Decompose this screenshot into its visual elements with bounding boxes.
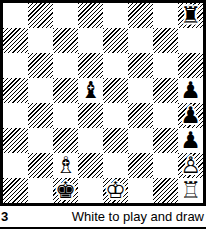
square-a8 xyxy=(3,3,28,28)
square-f5 xyxy=(128,78,153,103)
square-c5 xyxy=(53,78,78,103)
square-d1 xyxy=(78,178,103,203)
square-g8 xyxy=(153,3,178,28)
square-h4: ♟ xyxy=(178,103,203,128)
white-rook-outline: ♖ xyxy=(178,178,203,203)
square-g5 xyxy=(153,78,178,103)
square-b5 xyxy=(28,78,53,103)
square-h2: ♟♙ xyxy=(178,153,203,178)
square-h5: ♟ xyxy=(178,78,203,103)
square-e3 xyxy=(103,128,128,153)
square-c7 xyxy=(53,28,78,53)
diagram-number: 3 xyxy=(1,209,8,224)
square-b1 xyxy=(28,178,53,203)
square-d2 xyxy=(78,153,103,178)
square-f7 xyxy=(128,28,153,53)
square-b3 xyxy=(28,128,53,153)
square-c1: ♚ xyxy=(53,178,78,203)
square-h1: ♜♖ xyxy=(178,178,203,203)
black-pawn: ♟ xyxy=(178,103,203,128)
square-g6 xyxy=(153,53,178,78)
square-d6 xyxy=(78,53,103,78)
square-h7 xyxy=(178,28,203,53)
square-g1 xyxy=(153,178,178,203)
square-e6 xyxy=(103,53,128,78)
square-d5: ♝ xyxy=(78,78,103,103)
square-e5 xyxy=(103,78,128,103)
square-a5 xyxy=(3,78,28,103)
square-c8 xyxy=(53,3,78,28)
black-bishop: ♝ xyxy=(78,78,103,103)
black-pawn: ♟ xyxy=(178,128,203,153)
square-b4 xyxy=(28,103,53,128)
square-e4 xyxy=(103,103,128,128)
square-f2 xyxy=(128,153,153,178)
square-a6 xyxy=(3,53,28,78)
square-d8 xyxy=(78,3,103,28)
square-b2 xyxy=(28,153,53,178)
black-king: ♚ xyxy=(53,178,78,203)
square-a2 xyxy=(3,153,28,178)
square-h3: ♟ xyxy=(178,128,203,153)
square-f4 xyxy=(128,103,153,128)
square-a4 xyxy=(3,103,28,128)
square-g3 xyxy=(153,128,178,153)
caption-bar: 3 White to play and draw xyxy=(0,206,206,227)
square-c2: ♝♗ xyxy=(53,153,78,178)
square-f1 xyxy=(128,178,153,203)
square-a1 xyxy=(3,178,28,203)
square-d7 xyxy=(78,28,103,53)
square-h6 xyxy=(178,53,203,78)
square-d3 xyxy=(78,128,103,153)
caption-text: White to play and draw xyxy=(72,209,204,224)
square-a7 xyxy=(3,28,28,53)
white-bishop-outline: ♗ xyxy=(53,153,78,178)
square-h8: ♜ xyxy=(178,3,203,28)
white-pawn-outline: ♙ xyxy=(178,153,203,178)
white-king-outline: ♔ xyxy=(103,178,128,203)
square-e7 xyxy=(103,28,128,53)
square-f6 xyxy=(128,53,153,78)
square-g2 xyxy=(153,153,178,178)
square-e8 xyxy=(103,3,128,28)
black-rook: ♜ xyxy=(178,3,203,28)
square-b6 xyxy=(28,53,53,78)
square-b8 xyxy=(28,3,53,28)
square-c3 xyxy=(53,128,78,153)
square-f3 xyxy=(128,128,153,153)
square-a3 xyxy=(3,128,28,153)
chess-board: ♜♝♟♟♟♝♗♟♙♚♚♔♜♖ xyxy=(0,0,206,206)
square-b7 xyxy=(28,28,53,53)
square-f8 xyxy=(128,3,153,28)
chess-diagram: ♜♝♟♟♟♝♗♟♙♚♚♔♜♖ 3 White to play and draw xyxy=(0,0,206,232)
square-g4 xyxy=(153,103,178,128)
square-d4 xyxy=(78,103,103,128)
square-c4 xyxy=(53,103,78,128)
square-g7 xyxy=(153,28,178,53)
bottom-rule xyxy=(0,227,206,229)
square-e2 xyxy=(103,153,128,178)
square-c6 xyxy=(53,53,78,78)
black-pawn: ♟ xyxy=(178,78,203,103)
square-e1: ♚♔ xyxy=(103,178,128,203)
